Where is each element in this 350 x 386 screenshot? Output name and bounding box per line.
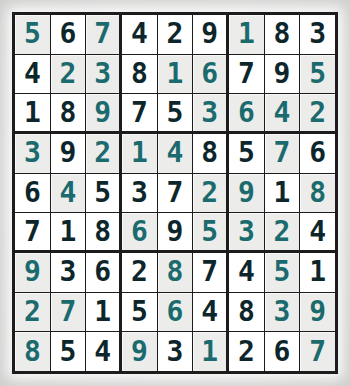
- cell-r6c5[interactable]: 9: [158, 213, 193, 252]
- cell-r7c2[interactable]: 3: [51, 253, 86, 292]
- cell-r1c8[interactable]: 8: [265, 15, 300, 54]
- cell-r6c1[interactable]: 7: [15, 213, 50, 252]
- cell-r7c1[interactable]: 9: [15, 253, 50, 292]
- cell-r6c4[interactable]: 6: [122, 213, 157, 252]
- cell-r7c5[interactable]: 8: [158, 253, 193, 292]
- cell-r2c1[interactable]: 4: [15, 55, 50, 94]
- cell-r4c1[interactable]: 3: [15, 134, 50, 173]
- cell-r1c9[interactable]: 3: [300, 15, 335, 54]
- cell-r6c8[interactable]: 2: [265, 213, 300, 252]
- cell-r1c5[interactable]: 2: [158, 15, 193, 54]
- cell-r6c3[interactable]: 8: [86, 213, 121, 252]
- cell-r4c6[interactable]: 8: [193, 134, 228, 173]
- cell-r2c8[interactable]: 9: [265, 55, 300, 94]
- cell-r3c8[interactable]: 4: [265, 94, 300, 133]
- cell-r3c2[interactable]: 8: [51, 94, 86, 133]
- cell-r5c4[interactable]: 3: [122, 174, 157, 213]
- cell-r8c2[interactable]: 7: [51, 293, 86, 332]
- cell-r5c7[interactable]: 9: [229, 174, 264, 213]
- cell-r5c1[interactable]: 6: [15, 174, 50, 213]
- cell-r5c2[interactable]: 4: [51, 174, 86, 213]
- cell-r7c9[interactable]: 1: [300, 253, 335, 292]
- cell-r3c9[interactable]: 2: [300, 94, 335, 133]
- cell-r1c3[interactable]: 7: [86, 15, 121, 54]
- cell-r1c4[interactable]: 4: [122, 15, 157, 54]
- cell-r8c9[interactable]: 9: [300, 293, 335, 332]
- cell-r7c3[interactable]: 6: [86, 253, 121, 292]
- cell-r2c7[interactable]: 7: [229, 55, 264, 94]
- cell-r5c5[interactable]: 7: [158, 174, 193, 213]
- cell-r8c7[interactable]: 8: [229, 293, 264, 332]
- cell-r1c1[interactable]: 5: [15, 15, 50, 54]
- cell-r9c7[interactable]: 2: [229, 332, 264, 371]
- cell-r2c6[interactable]: 6: [193, 55, 228, 94]
- cell-r3c1[interactable]: 1: [15, 94, 50, 133]
- cell-r9c6[interactable]: 1: [193, 332, 228, 371]
- cell-r8c1[interactable]: 2: [15, 293, 50, 332]
- cell-r4c3[interactable]: 2: [86, 134, 121, 173]
- cell-r4c4[interactable]: 1: [122, 134, 157, 173]
- cell-r3c6[interactable]: 3: [193, 94, 228, 133]
- cell-r9c8[interactable]: 6: [265, 332, 300, 371]
- cell-r9c1[interactable]: 8: [15, 332, 50, 371]
- cell-r9c5[interactable]: 3: [158, 332, 193, 371]
- cell-r6c7[interactable]: 3: [229, 213, 264, 252]
- cell-r5c3[interactable]: 5: [86, 174, 121, 213]
- cell-r8c8[interactable]: 3: [265, 293, 300, 332]
- cell-r8c6[interactable]: 4: [193, 293, 228, 332]
- cell-r1c2[interactable]: 6: [51, 15, 86, 54]
- cell-r7c7[interactable]: 4: [229, 253, 264, 292]
- cell-r3c4[interactable]: 7: [122, 94, 157, 133]
- cell-r4c2[interactable]: 9: [51, 134, 86, 173]
- cell-r6c6[interactable]: 5: [193, 213, 228, 252]
- cell-r1c7[interactable]: 1: [229, 15, 264, 54]
- cell-r4c9[interactable]: 6: [300, 134, 335, 173]
- cell-r5c6[interactable]: 2: [193, 174, 228, 213]
- cell-r2c3[interactable]: 3: [86, 55, 121, 94]
- cell-r3c7[interactable]: 6: [229, 94, 264, 133]
- cell-r4c7[interactable]: 5: [229, 134, 264, 173]
- cell-r8c3[interactable]: 1: [86, 293, 121, 332]
- cell-r5c9[interactable]: 8: [300, 174, 335, 213]
- cell-r9c2[interactable]: 5: [51, 332, 86, 371]
- cell-r7c6[interactable]: 7: [193, 253, 228, 292]
- cell-r9c3[interactable]: 4: [86, 332, 121, 371]
- cell-r4c8[interactable]: 7: [265, 134, 300, 173]
- cell-r9c4[interactable]: 9: [122, 332, 157, 371]
- cell-r9c9[interactable]: 7: [300, 332, 335, 371]
- cell-r3c5[interactable]: 5: [158, 94, 193, 133]
- cell-r8c5[interactable]: 6: [158, 293, 193, 332]
- cell-r6c2[interactable]: 1: [51, 213, 86, 252]
- cell-r5c8[interactable]: 1: [265, 174, 300, 213]
- cell-r2c9[interactable]: 5: [300, 55, 335, 94]
- cell-r2c4[interactable]: 8: [122, 55, 157, 94]
- cell-r3c3[interactable]: 9: [86, 94, 121, 133]
- cell-r2c2[interactable]: 2: [51, 55, 86, 94]
- cell-r8c4[interactable]: 5: [122, 293, 157, 332]
- cell-r6c9[interactable]: 4: [300, 213, 335, 252]
- sudoku-board: 5674291834238167951897536423921485766453…: [12, 12, 338, 374]
- cell-r1c6[interactable]: 9: [193, 15, 228, 54]
- cell-r7c4[interactable]: 2: [122, 253, 157, 292]
- cell-r2c5[interactable]: 1: [158, 55, 193, 94]
- cell-r7c8[interactable]: 5: [265, 253, 300, 292]
- cell-r4c5[interactable]: 4: [158, 134, 193, 173]
